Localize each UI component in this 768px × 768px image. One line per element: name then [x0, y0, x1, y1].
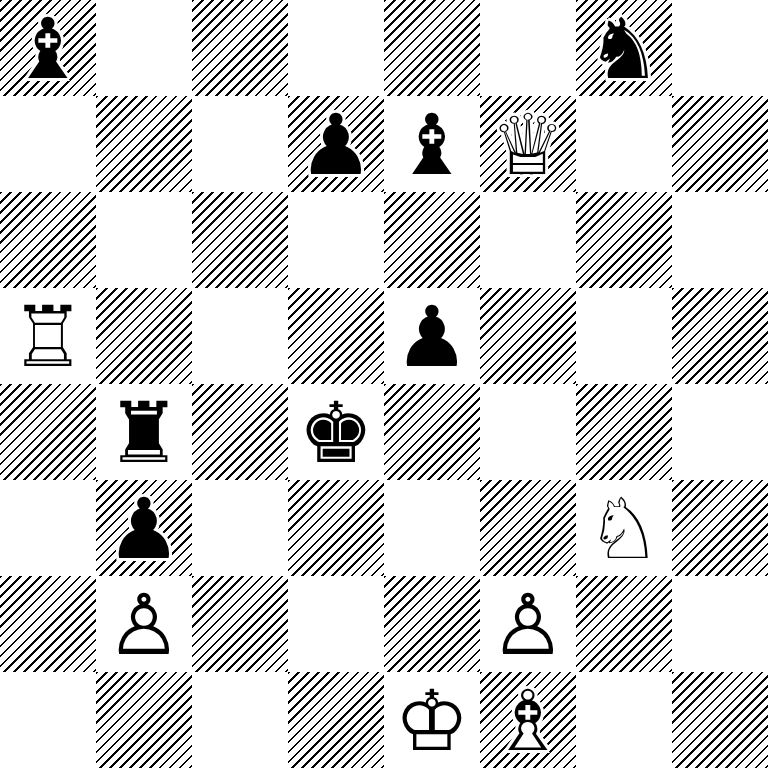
black-bishop-glyph: ♝ [0, 0, 96, 98]
square-c6[interactable] [192, 192, 288, 288]
square-a4[interactable] [0, 384, 96, 480]
square-h7[interactable] [672, 96, 768, 192]
black-pawn[interactable]: ♟♟ [384, 288, 480, 384]
square-f7[interactable]: ♛♕ [480, 96, 576, 192]
square-c7[interactable] [192, 96, 288, 192]
square-h3[interactable] [672, 480, 768, 576]
square-b2[interactable]: ♟♙ [96, 576, 192, 672]
square-h8[interactable] [672, 0, 768, 96]
white-knight-glyph: ♘ [576, 480, 672, 578]
black-pawn-glyph: ♟ [384, 288, 480, 386]
square-g7[interactable] [576, 96, 672, 192]
square-a8[interactable]: ♝♝ [0, 0, 96, 96]
square-e2[interactable] [384, 576, 480, 672]
square-c3[interactable] [192, 480, 288, 576]
square-c8[interactable] [192, 0, 288, 96]
square-e6[interactable] [384, 192, 480, 288]
square-b4[interactable]: ♜♜ [96, 384, 192, 480]
square-d1[interactable] [288, 672, 384, 768]
square-e8[interactable] [384, 0, 480, 96]
square-h5[interactable] [672, 288, 768, 384]
square-h6[interactable] [672, 192, 768, 288]
white-rook[interactable]: ♜♖ [0, 288, 96, 384]
square-h1[interactable] [672, 672, 768, 768]
square-e3[interactable] [384, 480, 480, 576]
black-pawn[interactable]: ♟♟ [96, 480, 192, 576]
white-bishop-glyph: ♗ [480, 672, 576, 768]
white-king-glyph: ♔ [384, 672, 480, 768]
square-e5[interactable]: ♟♟ [384, 288, 480, 384]
square-a5[interactable]: ♜♖ [0, 288, 96, 384]
square-f8[interactable] [480, 0, 576, 96]
square-b8[interactable] [96, 0, 192, 96]
white-pawn-glyph: ♙ [480, 576, 576, 674]
square-d3[interactable] [288, 480, 384, 576]
square-a7[interactable] [0, 96, 96, 192]
square-d7[interactable]: ♟♟ [288, 96, 384, 192]
square-g8[interactable]: ♞♞ [576, 0, 672, 96]
square-a2[interactable] [0, 576, 96, 672]
white-pawn-glyph: ♙ [96, 576, 192, 674]
square-e4[interactable] [384, 384, 480, 480]
square-g4[interactable] [576, 384, 672, 480]
white-bishop[interactable]: ♝♗ [480, 672, 576, 768]
square-h2[interactable] [672, 576, 768, 672]
square-f3[interactable] [480, 480, 576, 576]
square-f6[interactable] [480, 192, 576, 288]
white-pawn[interactable]: ♟♙ [96, 576, 192, 672]
white-knight[interactable]: ♞♘ [576, 480, 672, 576]
square-a6[interactable] [0, 192, 96, 288]
square-g5[interactable] [576, 288, 672, 384]
black-pawn-glyph: ♟ [96, 480, 192, 578]
square-f1[interactable]: ♝♗ [480, 672, 576, 768]
black-bishop[interactable]: ♝♝ [0, 0, 96, 96]
square-f5[interactable] [480, 288, 576, 384]
square-g1[interactable] [576, 672, 672, 768]
square-c4[interactable] [192, 384, 288, 480]
black-knight[interactable]: ♞♞ [576, 0, 672, 96]
square-b6[interactable] [96, 192, 192, 288]
square-d4[interactable]: ♚♚ [288, 384, 384, 480]
black-king[interactable]: ♚♚ [288, 384, 384, 480]
square-a3[interactable] [0, 480, 96, 576]
square-b3[interactable]: ♟♟ [96, 480, 192, 576]
square-b1[interactable] [96, 672, 192, 768]
square-d5[interactable] [288, 288, 384, 384]
square-d8[interactable] [288, 0, 384, 96]
square-a1[interactable] [0, 672, 96, 768]
square-f4[interactable] [480, 384, 576, 480]
square-f2[interactable]: ♟♙ [480, 576, 576, 672]
square-g6[interactable] [576, 192, 672, 288]
white-pawn[interactable]: ♟♙ [480, 576, 576, 672]
black-pawn[interactable]: ♟♟ [288, 96, 384, 192]
black-rook[interactable]: ♜♜ [96, 384, 192, 480]
square-b5[interactable] [96, 288, 192, 384]
square-h4[interactable] [672, 384, 768, 480]
square-d2[interactable] [288, 576, 384, 672]
square-d6[interactable] [288, 192, 384, 288]
white-queen[interactable]: ♛♕ [480, 96, 576, 192]
black-knight-glyph: ♞ [576, 0, 672, 98]
black-bishop[interactable]: ♝♝ [384, 96, 480, 192]
chess-board: ♝♝♞♞♟♟♝♝♛♕♜♖♟♟♜♜♚♚♟♟♞♘♟♙♟♙♚♔♝♗ [0, 0, 768, 768]
square-e1[interactable]: ♚♔ [384, 672, 480, 768]
black-rook-glyph: ♜ [96, 384, 192, 482]
black-pawn-glyph: ♟ [288, 96, 384, 194]
black-bishop-glyph: ♝ [384, 96, 480, 194]
black-king-glyph: ♚ [288, 384, 384, 482]
white-king[interactable]: ♚♔ [384, 672, 480, 768]
square-c1[interactable] [192, 672, 288, 768]
white-rook-glyph: ♖ [0, 288, 96, 386]
square-b7[interactable] [96, 96, 192, 192]
square-g2[interactable] [576, 576, 672, 672]
square-c2[interactable] [192, 576, 288, 672]
square-e7[interactable]: ♝♝ [384, 96, 480, 192]
square-g3[interactable]: ♞♘ [576, 480, 672, 576]
white-queen-glyph: ♕ [480, 96, 576, 194]
square-c5[interactable] [192, 288, 288, 384]
